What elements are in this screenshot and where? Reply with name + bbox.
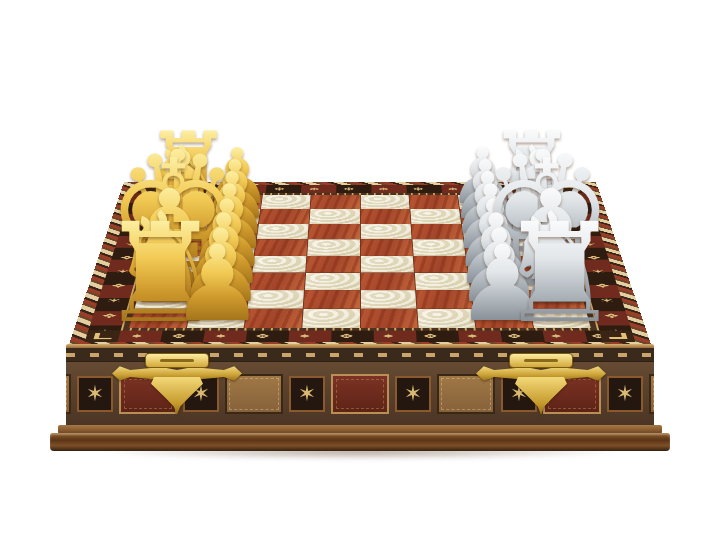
square-b4	[310, 209, 360, 224]
square-c5	[360, 224, 411, 239]
square-d6	[412, 240, 465, 256]
square-b5	[360, 209, 410, 224]
star-motif-tile: ✶	[395, 376, 431, 412]
square-d8	[516, 240, 571, 256]
square-e5	[360, 256, 413, 273]
square-e7	[466, 256, 521, 273]
red-inlay-panel	[331, 374, 389, 414]
wood-inlay-panel	[649, 374, 654, 414]
chess-board	[129, 195, 590, 328]
square-h1	[129, 309, 190, 328]
board-top-face: ✶❖✶❖✶❖✶❖✶❖✶❖ ✶❖✶❖✶❖✶❖✶❖✶❖ ✶❖✶❖✶❖✶❖✶❖✶❖ ✶…	[68, 182, 652, 347]
inlay-dash-band	[121, 193, 600, 331]
square-a3	[261, 195, 311, 209]
square-c4	[309, 224, 360, 239]
square-b7	[460, 209, 512, 224]
clasp-shield	[151, 377, 203, 415]
star-motif-tile: ✶	[607, 376, 643, 412]
square-f2	[195, 273, 252, 290]
star-motif-tile: ✶	[289, 376, 325, 412]
square-e8	[519, 256, 576, 273]
mosaic-border-top: ✶❖✶❖✶❖✶❖✶❖✶❖	[160, 185, 561, 193]
square-c2	[205, 224, 258, 239]
square-a1	[162, 195, 214, 209]
square-e6	[413, 256, 467, 273]
square-g5	[360, 290, 416, 308]
square-d7	[464, 240, 518, 256]
square-a8	[506, 195, 558, 209]
square-h2	[187, 309, 246, 328]
square-f3	[250, 273, 305, 290]
square-h5	[360, 309, 417, 328]
corner-l-motif	[133, 185, 162, 193]
square-f8	[522, 273, 580, 290]
square-h4	[303, 309, 360, 328]
square-a7	[458, 195, 509, 209]
square-e2	[198, 256, 253, 273]
square-d4	[308, 240, 360, 256]
clasp-hinge-plate	[509, 353, 573, 368]
square-b2	[208, 209, 260, 224]
square-g3	[248, 290, 305, 308]
square-c8	[512, 224, 566, 239]
square-a6	[409, 195, 459, 209]
square-b6	[410, 209, 461, 224]
brass-clasp-left	[112, 353, 242, 415]
square-d5	[360, 240, 412, 256]
square-g4	[304, 290, 360, 308]
square-b8	[509, 209, 562, 224]
square-d3	[255, 240, 308, 256]
square-d2	[202, 240, 256, 256]
square-c3	[257, 224, 309, 239]
square-b3	[259, 209, 310, 224]
square-g6	[416, 290, 473, 308]
star-motif-tile: ✶	[77, 376, 113, 412]
box-front-face: ✶✶✶✶✶✶	[66, 348, 654, 425]
square-h8	[530, 309, 591, 328]
clasp-shield	[515, 377, 567, 415]
mosaic-border-bottom: ✶❖✶❖✶❖✶❖✶❖✶❖	[117, 331, 602, 342]
mosaic-border: ✶❖✶❖✶❖✶❖✶❖✶❖ ✶❖✶❖✶❖✶❖✶❖✶❖ ✶❖✶❖✶❖✶❖✶❖✶❖ ✶…	[85, 185, 636, 342]
square-c7	[462, 224, 515, 239]
square-h3	[245, 309, 303, 328]
square-c6	[411, 224, 463, 239]
clasp-hinge-plate	[145, 353, 209, 368]
square-a4	[311, 195, 360, 209]
square-f6	[414, 273, 469, 290]
square-f1	[140, 273, 198, 290]
chess-set-photo: ✶❖✶❖✶❖✶❖✶❖✶❖ ✶❖✶❖✶❖✶❖✶❖✶❖ ✶❖✶❖✶❖✶❖✶❖✶❖ ✶…	[0, 0, 720, 540]
square-f7	[468, 273, 525, 290]
square-b1	[158, 209, 211, 224]
box-base	[50, 433, 670, 451]
square-a5	[360, 195, 409, 209]
square-d1	[149, 240, 204, 256]
corner-l-motif	[558, 185, 587, 193]
corner-l-motif	[85, 331, 121, 342]
square-f4	[305, 273, 359, 290]
corner-l-motif	[599, 331, 635, 342]
square-e3	[252, 256, 306, 273]
square-f5	[360, 273, 414, 290]
square-g1	[135, 290, 194, 308]
square-e4	[306, 256, 359, 273]
square-g2	[191, 290, 249, 308]
square-g8	[526, 290, 585, 308]
square-h6	[417, 309, 475, 328]
square-c1	[154, 224, 208, 239]
square-h7	[473, 309, 532, 328]
square-e1	[144, 256, 201, 273]
square-a2	[212, 195, 263, 209]
brass-clasp-right	[476, 353, 606, 415]
square-g7	[471, 290, 529, 308]
wood-inlay-panel	[66, 374, 71, 414]
